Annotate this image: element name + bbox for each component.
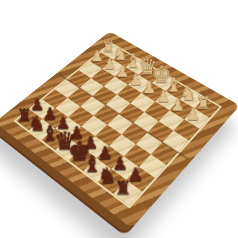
playing-area: ♜♞♝♛♚♝♞♜♟♟♟♟♟♟♟♟♟♟♟♟♟♟♟♟♜♞♝♛♚♝♞♜ bbox=[13, 42, 222, 208]
chess-set-photo: ♜♞♝♛♚♝♞♜♟♟♟♟♟♟♟♟♟♟♟♟♟♟♟♟♜♞♝♛♚♝♞♜ bbox=[0, 0, 238, 238]
board-grid: ♜♞♝♛♚♝♞♜♟♟♟♟♟♟♟♟♟♟♟♟♟♟♟♟♜♞♝♛♚♝♞♜ bbox=[16, 44, 219, 206]
piece-black-rook[interactable]: ♜ bbox=[112, 179, 133, 198]
piece-white-pawn[interactable]: ♟ bbox=[184, 107, 202, 123]
chess-board: ♜♞♝♛♚♝♞♜♟♟♟♟♟♟♟♟♟♟♟♟♟♟♟♟♜♞♝♛♚♝♞♜ bbox=[0, 31, 238, 228]
